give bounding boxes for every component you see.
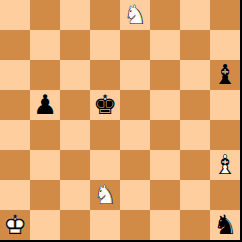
square-c8[interactable] <box>60 0 90 30</box>
white-knight-piece[interactable]: ♞♘ <box>120 0 150 30</box>
square-e8[interactable]: ♞♘ <box>120 0 150 30</box>
square-b2[interactable] <box>30 180 60 210</box>
square-c5[interactable] <box>60 90 90 120</box>
square-b5[interactable]: ♙♟ <box>30 90 60 120</box>
square-c3[interactable] <box>60 150 90 180</box>
square-d4[interactable] <box>90 120 120 150</box>
square-f5[interactable] <box>150 90 180 120</box>
square-b6[interactable] <box>30 60 60 90</box>
square-b1[interactable] <box>30 210 60 240</box>
square-g1[interactable] <box>180 210 210 240</box>
square-e7[interactable] <box>120 30 150 60</box>
square-h6[interactable]: ♗♝ <box>210 60 240 90</box>
chess-board: ♞♘♗♝♙♟♔♚♝♗♞♘♚♔♘♞ <box>0 0 240 240</box>
square-f3[interactable] <box>150 150 180 180</box>
square-f7[interactable] <box>150 30 180 60</box>
square-e2[interactable] <box>120 180 150 210</box>
square-b7[interactable] <box>30 30 60 60</box>
square-h3[interactable]: ♝♗ <box>210 150 240 180</box>
black-bishop-glyph: ♝ <box>210 60 240 90</box>
square-a1[interactable]: ♚♔ <box>0 210 30 240</box>
board-frame: ♞♘♗♝♙♟♔♚♝♗♞♘♚♔♘♞ <box>0 0 242 242</box>
square-c6[interactable] <box>60 60 90 90</box>
square-d5[interactable]: ♔♚ <box>90 90 120 120</box>
white-knight-glyph: ♘ <box>90 180 120 210</box>
black-knight-piece[interactable]: ♘♞ <box>210 210 240 240</box>
square-g4[interactable] <box>180 120 210 150</box>
square-f1[interactable] <box>150 210 180 240</box>
square-h8[interactable] <box>210 0 240 30</box>
white-king-piece[interactable]: ♚♔ <box>0 210 30 240</box>
square-g8[interactable] <box>180 0 210 30</box>
black-king-piece[interactable]: ♔♚ <box>90 90 120 120</box>
square-e4[interactable] <box>120 120 150 150</box>
square-c4[interactable] <box>60 120 90 150</box>
square-h7[interactable] <box>210 30 240 60</box>
black-pawn-glyph: ♟ <box>30 90 60 120</box>
white-knight-piece[interactable]: ♞♘ <box>90 180 120 210</box>
white-bishop-glyph: ♗ <box>210 150 240 180</box>
black-knight-glyph: ♞ <box>210 210 240 240</box>
white-king-glyph: ♔ <box>0 210 30 240</box>
square-b3[interactable] <box>30 150 60 180</box>
square-a3[interactable] <box>0 150 30 180</box>
white-bishop-piece[interactable]: ♝♗ <box>210 150 240 180</box>
square-b4[interactable] <box>30 120 60 150</box>
square-g3[interactable] <box>180 150 210 180</box>
square-h2[interactable] <box>210 180 240 210</box>
square-e5[interactable] <box>120 90 150 120</box>
black-pawn-piece[interactable]: ♙♟ <box>30 90 60 120</box>
square-e6[interactable] <box>120 60 150 90</box>
square-h4[interactable] <box>210 120 240 150</box>
white-knight-glyph: ♘ <box>120 0 150 30</box>
square-f8[interactable] <box>150 0 180 30</box>
square-a7[interactable] <box>0 30 30 60</box>
square-e1[interactable] <box>120 210 150 240</box>
square-d3[interactable] <box>90 150 120 180</box>
square-a5[interactable] <box>0 90 30 120</box>
square-c1[interactable] <box>60 210 90 240</box>
square-f6[interactable] <box>150 60 180 90</box>
square-a2[interactable] <box>0 180 30 210</box>
square-d7[interactable] <box>90 30 120 60</box>
square-d8[interactable] <box>90 0 120 30</box>
square-f2[interactable] <box>150 180 180 210</box>
square-g6[interactable] <box>180 60 210 90</box>
square-d2[interactable]: ♞♘ <box>90 180 120 210</box>
square-h5[interactable] <box>210 90 240 120</box>
square-g5[interactable] <box>180 90 210 120</box>
square-c2[interactable] <box>60 180 90 210</box>
square-f4[interactable] <box>150 120 180 150</box>
square-a6[interactable] <box>0 60 30 90</box>
black-king-glyph: ♚ <box>90 90 120 120</box>
square-d6[interactable] <box>90 60 120 90</box>
square-d1[interactable] <box>90 210 120 240</box>
square-e3[interactable] <box>120 150 150 180</box>
square-c7[interactable] <box>60 30 90 60</box>
square-a4[interactable] <box>0 120 30 150</box>
black-bishop-piece[interactable]: ♗♝ <box>210 60 240 90</box>
square-g2[interactable] <box>180 180 210 210</box>
square-h1[interactable]: ♘♞ <box>210 210 240 240</box>
square-a8[interactable] <box>0 0 30 30</box>
square-g7[interactable] <box>180 30 210 60</box>
square-b8[interactable] <box>30 0 60 30</box>
